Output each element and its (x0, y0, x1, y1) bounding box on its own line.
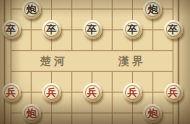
piece-glyph: 卒 (2, 20, 21, 39)
piece-black-cannon[interactable]: 炮 (143, 0, 162, 19)
piece-glyph: 兵 (42, 83, 61, 102)
piece-red-soldier[interactable]: 兵 (83, 83, 102, 102)
piece-red-soldier[interactable]: 兵 (164, 83, 183, 102)
piece-black-soldier[interactable]: 卒 (2, 20, 21, 39)
piece-glyph: 卒 (123, 20, 142, 39)
piece-glyph: 炮 (143, 104, 162, 123)
piece-glyph: 炮 (143, 0, 162, 19)
piece-glyph: 炮 (22, 0, 41, 19)
piece-black-soldier[interactable]: 卒 (164, 20, 183, 39)
piece-black-soldier[interactable]: 卒 (42, 20, 61, 39)
xiangqi-board[interactable]: 楚河 漢界 炮炮卒卒卒卒卒兵兵兵兵兵炮炮 (0, 0, 190, 124)
piece-glyph: 兵 (164, 83, 183, 102)
piece-black-soldier[interactable]: 卒 (83, 20, 102, 39)
piece-black-cannon[interactable]: 炮 (22, 0, 41, 19)
piece-glyph: 兵 (83, 83, 102, 102)
river-label-han-jie: 漢界 (118, 54, 146, 69)
piece-glyph: 炮 (22, 104, 41, 123)
piece-glyph: 卒 (42, 20, 61, 39)
piece-red-soldier[interactable]: 兵 (123, 83, 142, 102)
piece-red-soldier[interactable]: 兵 (42, 83, 61, 102)
piece-black-soldier[interactable]: 卒 (123, 20, 142, 39)
river-label-chu-he: 楚河 (40, 54, 68, 69)
piece-red-soldier[interactable]: 兵 (2, 83, 21, 102)
piece-glyph: 兵 (123, 83, 142, 102)
piece-glyph: 兵 (2, 83, 21, 102)
piece-red-cannon[interactable]: 炮 (143, 104, 162, 123)
piece-glyph: 卒 (83, 20, 102, 39)
piece-red-cannon[interactable]: 炮 (22, 104, 41, 123)
piece-glyph: 卒 (164, 20, 183, 39)
